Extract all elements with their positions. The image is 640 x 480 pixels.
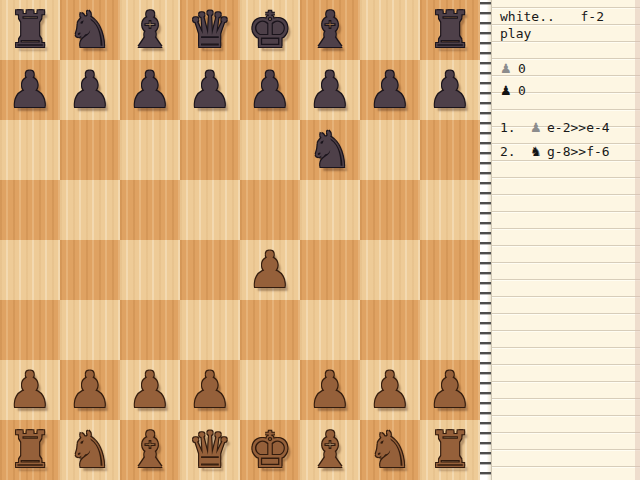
square-b7[interactable]: ♟ <box>60 60 120 120</box>
white-pawn: ♟ <box>188 360 233 420</box>
cursor-square-label: f-2 <box>581 9 604 24</box>
square-a7[interactable]: ♟ <box>0 60 60 120</box>
black-knight: ♞ <box>68 0 113 60</box>
square-g1[interactable]: ♞ <box>360 420 420 480</box>
square-a2[interactable]: ♟ <box>0 360 60 420</box>
square-h7[interactable]: ♟ <box>420 60 480 120</box>
square-f1[interactable]: ♝ <box>300 420 360 480</box>
square-b1[interactable]: ♞ <box>60 420 120 480</box>
square-a8[interactable]: ♜ <box>0 0 60 60</box>
game-mode-label: play <box>500 26 531 41</box>
white-knight: ♞ <box>368 420 413 480</box>
white-rook: ♜ <box>8 420 53 480</box>
square-c5[interactable] <box>120 180 180 240</box>
square-a3[interactable] <box>0 300 60 360</box>
square-e4[interactable]: ♟ <box>240 240 300 300</box>
square-g2[interactable]: ♟ <box>360 360 420 420</box>
white-pawn: ♟ <box>428 360 473 420</box>
square-b2[interactable]: ♟ <box>60 360 120 420</box>
white-bishop: ♝ <box>128 420 173 480</box>
square-f2[interactable]: ♟ <box>300 360 360 420</box>
square-f8[interactable]: ♝ <box>300 0 360 60</box>
square-c2[interactable]: ♟ <box>120 360 180 420</box>
black-bishop: ♝ <box>128 0 173 60</box>
white-queen: ♛ <box>188 420 233 480</box>
white-bishop: ♝ <box>308 420 353 480</box>
chess-board: ♜♞♝♛♚♝♜♟♟♟♟♟♟♟♟♞♟♟♟♟♟♟♟♟♜♞♝♛♚♝♞♜ <box>0 0 480 480</box>
square-e1[interactable]: ♚ <box>240 420 300 480</box>
square-f4[interactable] <box>300 240 360 300</box>
black-queen: ♛ <box>188 0 233 60</box>
black-king: ♚ <box>248 0 293 60</box>
white-rook: ♜ <box>428 420 473 480</box>
black-pawn-icon: ♟ <box>500 83 518 98</box>
black-pawn: ♟ <box>8 60 53 120</box>
move-list-row: 1. ♟ e-2>>e-4 <box>492 115 640 139</box>
black-pawn: ♟ <box>428 60 473 120</box>
move-text: g-8>>f-6 <box>547 144 610 159</box>
move-pad-sidebar: white.. f-2 play ♟ 0 ♟ 0 1. ♟ e-2>>e-4 2… <box>480 0 640 480</box>
square-c1[interactable]: ♝ <box>120 420 180 480</box>
white-pawn: ♟ <box>248 240 293 300</box>
square-g7[interactable]: ♟ <box>360 60 420 120</box>
black-bishop: ♝ <box>308 0 353 60</box>
square-f3[interactable] <box>300 300 360 360</box>
black-rook: ♜ <box>428 0 473 60</box>
square-d5[interactable] <box>180 180 240 240</box>
square-f5[interactable] <box>300 180 360 240</box>
square-h3[interactable] <box>420 300 480 360</box>
square-d1[interactable]: ♛ <box>180 420 240 480</box>
square-f6[interactable]: ♞ <box>300 120 360 180</box>
square-d2[interactable]: ♟ <box>180 360 240 420</box>
square-b3[interactable] <box>60 300 120 360</box>
black-knight-icon: ♞ <box>530 144 547 159</box>
captured-black-row: ♟ 0 <box>492 79 640 101</box>
move-list-row: 2. ♞ g-8>>f-6 <box>492 139 640 163</box>
square-a6[interactable] <box>0 120 60 180</box>
square-g5[interactable] <box>360 180 420 240</box>
black-captured-count: 0 <box>518 83 526 98</box>
white-pawn: ♟ <box>68 360 113 420</box>
square-e2[interactable] <box>240 360 300 420</box>
square-h4[interactable] <box>420 240 480 300</box>
square-a4[interactable] <box>0 240 60 300</box>
square-a5[interactable] <box>0 180 60 240</box>
square-f7[interactable]: ♟ <box>300 60 360 120</box>
spiral-binding <box>480 0 492 480</box>
black-pawn: ♟ <box>68 60 113 120</box>
square-g4[interactable] <box>360 240 420 300</box>
black-pawn: ♟ <box>128 60 173 120</box>
white-king: ♚ <box>248 420 293 480</box>
white-pawn-icon: ♟ <box>500 61 518 76</box>
black-pawn: ♟ <box>188 60 233 120</box>
turn-indicator: white.. <box>500 9 555 24</box>
square-g8[interactable] <box>360 0 420 60</box>
square-c4[interactable] <box>120 240 180 300</box>
black-knight: ♞ <box>308 120 353 180</box>
square-h6[interactable] <box>420 120 480 180</box>
square-b8[interactable]: ♞ <box>60 0 120 60</box>
square-a1[interactable]: ♜ <box>0 420 60 480</box>
white-knight: ♞ <box>68 420 113 480</box>
move-number: 2. <box>500 144 530 159</box>
square-d7[interactable]: ♟ <box>180 60 240 120</box>
square-c7[interactable]: ♟ <box>120 60 180 120</box>
square-h1[interactable]: ♜ <box>420 420 480 480</box>
status-row: white.. f-2 <box>492 8 640 25</box>
square-d4[interactable] <box>180 240 240 300</box>
square-h8[interactable]: ♜ <box>420 0 480 60</box>
captured-white-row: ♟ 0 <box>492 57 640 79</box>
square-c3[interactable] <box>120 300 180 360</box>
square-b5[interactable] <box>60 180 120 240</box>
square-c6[interactable] <box>120 120 180 180</box>
white-pawn: ♟ <box>308 360 353 420</box>
black-pawn: ♟ <box>368 60 413 120</box>
square-h5[interactable] <box>420 180 480 240</box>
square-b6[interactable] <box>60 120 120 180</box>
mode-row: play <box>492 25 640 42</box>
white-captured-count: 0 <box>518 61 526 76</box>
white-pawn: ♟ <box>368 360 413 420</box>
square-d8[interactable]: ♛ <box>180 0 240 60</box>
square-c8[interactable]: ♝ <box>120 0 180 60</box>
black-pawn: ♟ <box>308 60 353 120</box>
chess-app-window: ♜♞♝♛♚♝♜♟♟♟♟♟♟♟♟♞♟♟♟♟♟♟♟♟♜♞♝♛♚♝♞♜ white..… <box>0 0 640 480</box>
square-e7[interactable]: ♟ <box>240 60 300 120</box>
square-e6[interactable] <box>240 120 300 180</box>
white-pawn-icon: ♟ <box>530 120 547 135</box>
white-pawn: ♟ <box>128 360 173 420</box>
black-pawn: ♟ <box>248 60 293 120</box>
square-d3[interactable] <box>180 300 240 360</box>
square-b4[interactable] <box>60 240 120 300</box>
square-g6[interactable] <box>360 120 420 180</box>
square-e3[interactable] <box>240 300 300 360</box>
move-number: 1. <box>500 120 530 135</box>
scrollbar-strip[interactable] <box>635 0 640 480</box>
square-g3[interactable] <box>360 300 420 360</box>
black-rook: ♜ <box>8 0 53 60</box>
square-e8[interactable]: ♚ <box>240 0 300 60</box>
square-d6[interactable] <box>180 120 240 180</box>
white-pawn: ♟ <box>8 360 53 420</box>
move-text: e-2>>e-4 <box>547 120 610 135</box>
notepad-paper: white.. f-2 play ♟ 0 ♟ 0 1. ♟ e-2>>e-4 2… <box>492 0 640 480</box>
square-h2[interactable]: ♟ <box>420 360 480 420</box>
square-e5[interactable] <box>240 180 300 240</box>
